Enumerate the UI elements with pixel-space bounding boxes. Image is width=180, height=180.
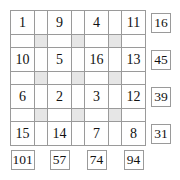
number-cell: 16 [85, 48, 108, 71]
blocked-cell [109, 109, 121, 121]
operator-cell[interactable] [72, 122, 84, 145]
number-cell: 3 [85, 85, 108, 108]
row-target-box-2: 45 [151, 50, 171, 70]
col-target-value: 74 [90, 153, 104, 167]
blocked-cell [109, 35, 121, 47]
number-cell: 6 [11, 85, 34, 108]
col-target-value: 94 [127, 153, 141, 167]
number-cell: 2 [48, 85, 71, 108]
operator-cell[interactable] [85, 35, 108, 47]
operator-cell[interactable] [109, 11, 121, 34]
col-target-box-3: 74 [87, 150, 107, 170]
operator-cell[interactable] [72, 48, 84, 71]
row-target-box-4: 31 [151, 124, 171, 144]
operator-cell[interactable] [48, 109, 71, 121]
number-cell: 7 [85, 122, 108, 145]
number-cell: 15 [11, 122, 34, 145]
col-target-box-2: 57 [50, 150, 70, 170]
operator-cell[interactable] [48, 35, 71, 47]
number-cell: 1 [11, 11, 34, 34]
operator-cell[interactable] [35, 85, 47, 108]
row-target-value: 45 [154, 53, 168, 67]
puzzle-page: 19411105161362312151478 16 45 39 31 101 … [0, 0, 180, 180]
row-target-box-3: 39 [151, 87, 171, 107]
blocked-cell [72, 72, 84, 84]
operator-cell[interactable] [85, 109, 108, 121]
operator-cell[interactable] [35, 11, 47, 34]
operator-cell[interactable] [122, 72, 145, 84]
row-target-value: 31 [154, 127, 168, 141]
number-cell: 13 [122, 48, 145, 71]
number-cell: 10 [11, 48, 34, 71]
puzzle-grid: 19411105161362312151478 [10, 10, 146, 146]
row-target-value: 16 [154, 16, 168, 30]
blocked-cell [109, 72, 121, 84]
col-target-value: 101 [12, 153, 32, 167]
blocked-cell [35, 35, 47, 47]
operator-cell[interactable] [11, 72, 34, 84]
number-cell: 4 [85, 11, 108, 34]
col-target-box-4: 94 [124, 150, 144, 170]
operator-cell[interactable] [109, 48, 121, 71]
operator-cell[interactable] [35, 48, 47, 71]
operator-cell[interactable] [11, 35, 34, 47]
col-target-box-1: 101 [11, 150, 35, 170]
operator-cell[interactable] [122, 109, 145, 121]
operator-cell[interactable] [85, 72, 108, 84]
col-target-value: 57 [53, 153, 67, 167]
operator-cell[interactable] [11, 109, 34, 121]
operator-cell[interactable] [72, 85, 84, 108]
operator-cell[interactable] [109, 122, 121, 145]
number-cell: 11 [122, 11, 145, 34]
blocked-cell [72, 109, 84, 121]
row-target-value: 39 [154, 90, 168, 104]
number-cell: 5 [48, 48, 71, 71]
number-cell: 12 [122, 85, 145, 108]
operator-cell[interactable] [48, 72, 71, 84]
blocked-cell [35, 72, 47, 84]
number-cell: 14 [48, 122, 71, 145]
operator-cell[interactable] [72, 11, 84, 34]
number-cell: 9 [48, 11, 71, 34]
blocked-cell [72, 35, 84, 47]
operator-cell[interactable] [109, 85, 121, 108]
row-target-box-1: 16 [151, 13, 171, 33]
blocked-cell [35, 109, 47, 121]
operator-cell[interactable] [35, 122, 47, 145]
number-cell: 8 [122, 122, 145, 145]
operator-cell[interactable] [122, 35, 145, 47]
